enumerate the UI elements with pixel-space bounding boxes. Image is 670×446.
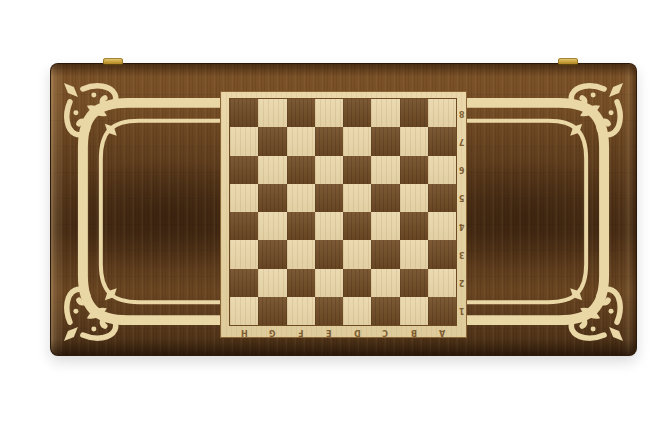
square-c5[interactable] (371, 184, 399, 212)
square-f5[interactable] (287, 184, 315, 212)
square-f8[interactable] (287, 99, 315, 127)
square-h7[interactable] (230, 127, 258, 155)
square-c7[interactable] (371, 127, 399, 155)
square-b6[interactable] (400, 156, 428, 184)
rank-label: 4 (456, 212, 468, 240)
file-label-text: C (382, 328, 388, 337)
file-label-text: A (439, 328, 445, 337)
square-f2[interactable] (287, 269, 315, 297)
wooden-case: 87654321 HGFEDCBA (50, 63, 637, 356)
square-b8[interactable] (400, 99, 428, 127)
rank-label: 5 (456, 184, 468, 212)
square-b3[interactable] (400, 240, 428, 268)
square-b4[interactable] (400, 212, 428, 240)
rank-label: 7 (456, 127, 468, 155)
square-a1[interactable] (428, 297, 456, 325)
file-label: G (258, 325, 286, 339)
board-grid (230, 99, 456, 325)
square-a8[interactable] (428, 99, 456, 127)
file-label: F (287, 325, 315, 339)
square-e4[interactable] (315, 212, 343, 240)
rank-labels: 87654321 (456, 99, 468, 325)
square-g7[interactable] (258, 127, 286, 155)
file-label: H (230, 325, 258, 339)
square-d7[interactable] (343, 127, 371, 155)
rank-label: 3 (456, 240, 468, 268)
square-f1[interactable] (287, 297, 315, 325)
square-e1[interactable] (315, 297, 343, 325)
square-f4[interactable] (287, 212, 315, 240)
square-g3[interactable] (258, 240, 286, 268)
photo-scene: 87654321 HGFEDCBA (0, 0, 670, 446)
square-g2[interactable] (258, 269, 286, 297)
square-g8[interactable] (258, 99, 286, 127)
square-g5[interactable] (258, 184, 286, 212)
square-f6[interactable] (287, 156, 315, 184)
square-d2[interactable] (343, 269, 371, 297)
file-label-text: E (326, 328, 331, 337)
square-a4[interactable] (428, 212, 456, 240)
square-b2[interactable] (400, 269, 428, 297)
square-c4[interactable] (371, 212, 399, 240)
square-d5[interactable] (343, 184, 371, 212)
square-a3[interactable] (428, 240, 456, 268)
square-b7[interactable] (400, 127, 428, 155)
square-d4[interactable] (343, 212, 371, 240)
square-h2[interactable] (230, 269, 258, 297)
square-c2[interactable] (371, 269, 399, 297)
rank-label: 2 (456, 269, 468, 297)
square-c1[interactable] (371, 297, 399, 325)
square-c3[interactable] (371, 240, 399, 268)
rank-label-text: 7 (459, 137, 465, 146)
square-g6[interactable] (258, 156, 286, 184)
square-e8[interactable] (315, 99, 343, 127)
file-labels: HGFEDCBA (230, 325, 456, 339)
square-e7[interactable] (315, 127, 343, 155)
file-label: C (371, 325, 399, 339)
square-d1[interactable] (343, 297, 371, 325)
rank-label-text: 1 (459, 306, 465, 315)
square-e2[interactable] (315, 269, 343, 297)
rank-label: 8 (456, 99, 468, 127)
square-h1[interactable] (230, 297, 258, 325)
square-g4[interactable] (258, 212, 286, 240)
square-c8[interactable] (371, 99, 399, 127)
rank-label-text: 8 (459, 109, 465, 118)
square-h6[interactable] (230, 156, 258, 184)
square-c6[interactable] (371, 156, 399, 184)
file-label: B (400, 325, 428, 339)
rank-label-text: 6 (459, 165, 465, 174)
file-label-text: F (298, 328, 303, 337)
file-label: D (343, 325, 371, 339)
file-label: E (315, 325, 343, 339)
rank-label: 1 (456, 297, 468, 325)
square-d8[interactable] (343, 99, 371, 127)
square-h4[interactable] (230, 212, 258, 240)
rank-label: 6 (456, 156, 468, 184)
square-h3[interactable] (230, 240, 258, 268)
square-a6[interactable] (428, 156, 456, 184)
file-label-text: G (269, 328, 276, 337)
square-a2[interactable] (428, 269, 456, 297)
square-f7[interactable] (287, 127, 315, 155)
square-e6[interactable] (315, 156, 343, 184)
file-label-text: B (411, 328, 417, 337)
square-b5[interactable] (400, 184, 428, 212)
square-a7[interactable] (428, 127, 456, 155)
square-h8[interactable] (230, 99, 258, 127)
rank-label-text: 4 (459, 222, 465, 231)
square-h5[interactable] (230, 184, 258, 212)
file-label: A (428, 325, 456, 339)
square-d6[interactable] (343, 156, 371, 184)
file-label-text: H (241, 328, 248, 337)
square-f3[interactable] (287, 240, 315, 268)
square-e3[interactable] (315, 240, 343, 268)
square-e5[interactable] (315, 184, 343, 212)
rank-label-text: 3 (459, 250, 465, 259)
square-a5[interactable] (428, 184, 456, 212)
rank-label-text: 2 (459, 278, 465, 287)
square-d3[interactable] (343, 240, 371, 268)
square-g1[interactable] (258, 297, 286, 325)
chessboard: 87654321 HGFEDCBA (220, 91, 467, 338)
file-label-text: D (354, 328, 361, 337)
rank-label-text: 5 (459, 193, 465, 202)
square-b1[interactable] (400, 297, 428, 325)
